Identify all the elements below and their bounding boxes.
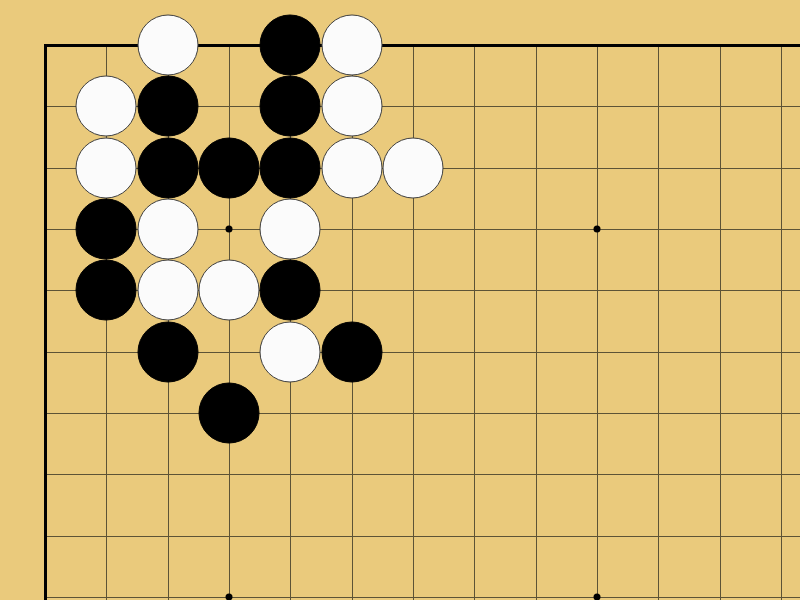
white-stone[interactable] <box>260 321 321 382</box>
board-cell <box>352 474 413 535</box>
board-cell <box>720 106 781 167</box>
board-cell <box>720 229 781 290</box>
board-cell <box>413 413 474 474</box>
board-cell <box>536 413 597 474</box>
board-cell <box>658 413 719 474</box>
board-cell <box>658 352 719 413</box>
board-cell <box>352 413 413 474</box>
board-cell <box>413 474 474 535</box>
board-cell <box>229 474 290 535</box>
board-cell <box>781 474 800 535</box>
board-cell <box>597 168 658 229</box>
board-cell <box>45 352 106 413</box>
board-left-edge <box>44 44 47 600</box>
board-cell <box>536 474 597 535</box>
board-cell <box>781 413 800 474</box>
board-cell <box>45 536 106 597</box>
black-stone[interactable] <box>137 76 198 137</box>
black-stone[interactable] <box>260 260 321 321</box>
board-cell <box>658 106 719 167</box>
black-stone[interactable] <box>260 137 321 198</box>
board-cell <box>536 45 597 106</box>
board-cell <box>413 352 474 413</box>
board-cell <box>290 413 351 474</box>
white-stone[interactable] <box>321 76 382 137</box>
star-point <box>593 593 600 600</box>
board-cell <box>536 106 597 167</box>
board-cell <box>106 413 167 474</box>
black-stone[interactable] <box>137 137 198 198</box>
board-cell <box>658 168 719 229</box>
black-stone[interactable] <box>76 198 137 259</box>
board-cell <box>597 536 658 597</box>
board-cell <box>781 168 800 229</box>
board-cell <box>720 168 781 229</box>
board-cell <box>536 352 597 413</box>
board-cell <box>290 536 351 597</box>
go-board[interactable] <box>0 0 800 600</box>
board-cell <box>168 474 229 535</box>
board-cell <box>168 536 229 597</box>
board-cell <box>45 474 106 535</box>
board-cell <box>474 168 535 229</box>
board-cell <box>597 290 658 351</box>
board-cell <box>658 229 719 290</box>
board-cell <box>106 474 167 535</box>
board-cell <box>474 536 535 597</box>
board-cell <box>658 536 719 597</box>
white-stone[interactable] <box>137 15 198 76</box>
star-point <box>593 225 600 232</box>
board-cell <box>597 229 658 290</box>
black-stone[interactable] <box>198 137 259 198</box>
board-cell <box>720 536 781 597</box>
black-stone[interactable] <box>321 321 382 382</box>
board-cell <box>597 474 658 535</box>
board-cell <box>781 290 800 351</box>
board-cell <box>106 536 167 597</box>
white-stone[interactable] <box>137 198 198 259</box>
board-cell <box>352 536 413 597</box>
board-cell <box>720 352 781 413</box>
board-cell <box>45 413 106 474</box>
board-cell <box>474 45 535 106</box>
board-cell <box>597 413 658 474</box>
board-cell <box>720 290 781 351</box>
board-cell <box>413 536 474 597</box>
board-cell <box>658 474 719 535</box>
white-stone[interactable] <box>321 15 382 76</box>
board-cell <box>720 45 781 106</box>
board-cell <box>781 106 800 167</box>
board-cell <box>536 290 597 351</box>
board-cell <box>413 45 474 106</box>
black-stone[interactable] <box>137 321 198 382</box>
white-stone[interactable] <box>76 76 137 137</box>
white-stone[interactable] <box>382 137 443 198</box>
black-stone[interactable] <box>260 76 321 137</box>
star-point <box>225 593 232 600</box>
board-cell <box>474 229 535 290</box>
black-stone[interactable] <box>260 15 321 76</box>
white-stone[interactable] <box>321 137 382 198</box>
board-cell <box>781 229 800 290</box>
board-cell <box>597 352 658 413</box>
board-cell <box>229 536 290 597</box>
board-cell <box>474 413 535 474</box>
star-point <box>225 225 232 232</box>
board-cell <box>597 45 658 106</box>
board-cell <box>536 168 597 229</box>
board-cell <box>352 229 413 290</box>
board-cell <box>474 474 535 535</box>
board-cell <box>474 352 535 413</box>
white-stone[interactable] <box>198 260 259 321</box>
board-cell <box>720 413 781 474</box>
black-stone[interactable] <box>198 382 259 443</box>
black-stone[interactable] <box>76 260 137 321</box>
board-cell <box>536 536 597 597</box>
board-cell <box>413 290 474 351</box>
board-cell <box>781 352 800 413</box>
board-cell <box>290 474 351 535</box>
board-cell <box>781 45 800 106</box>
board-cell <box>597 106 658 167</box>
white-stone[interactable] <box>260 198 321 259</box>
board-cell <box>781 536 800 597</box>
board-cell <box>474 290 535 351</box>
board-cell <box>720 474 781 535</box>
board-cell <box>658 45 719 106</box>
board-cell <box>413 229 474 290</box>
board-cell <box>658 290 719 351</box>
white-stone[interactable] <box>137 260 198 321</box>
white-stone[interactable] <box>76 137 137 198</box>
board-cell <box>474 106 535 167</box>
board-cell <box>536 229 597 290</box>
